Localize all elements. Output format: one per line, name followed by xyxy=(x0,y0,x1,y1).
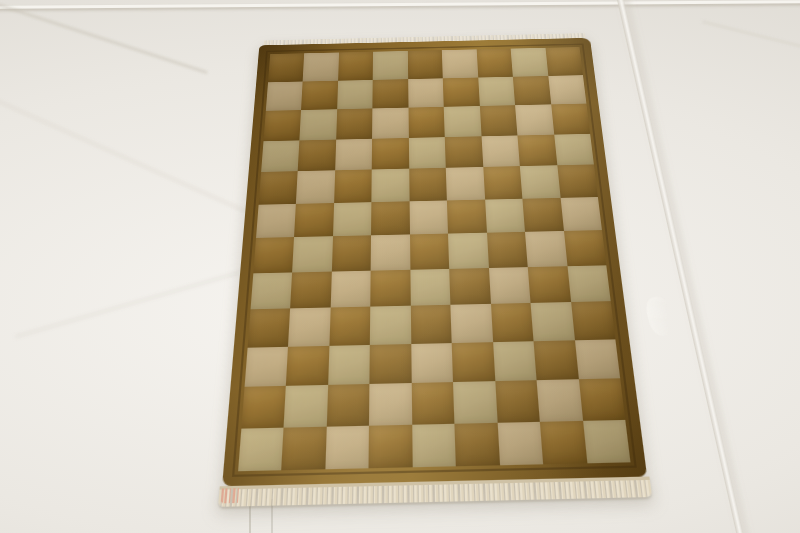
fringe-bottom xyxy=(218,476,652,506)
board-square-dark xyxy=(298,139,336,171)
board-square-light xyxy=(453,381,497,423)
board-square-light xyxy=(331,270,371,307)
board-square-dark xyxy=(528,266,571,303)
board-square-light xyxy=(478,76,515,106)
board-square-dark xyxy=(259,171,298,204)
board-square-dark xyxy=(329,307,370,346)
rug-perspective-wrap xyxy=(222,38,647,486)
board-square-dark xyxy=(408,107,445,138)
board-square-dark xyxy=(332,235,372,271)
board-square-light xyxy=(238,427,284,471)
board-square-light xyxy=(554,133,594,165)
board-square-light xyxy=(497,421,543,465)
board-square-dark xyxy=(334,169,372,202)
board-square-dark xyxy=(294,203,334,237)
board-square-light xyxy=(481,135,520,167)
board-square-light xyxy=(531,302,575,341)
board-square-light xyxy=(266,81,303,111)
board-square-dark xyxy=(327,384,370,426)
board-square-dark xyxy=(491,303,534,342)
board-square-light xyxy=(288,307,330,346)
board-square-dark xyxy=(410,234,450,270)
board-square-light xyxy=(442,49,478,78)
board-square-light xyxy=(303,52,339,81)
board-square-light xyxy=(333,202,372,236)
board-square-dark xyxy=(557,164,598,197)
backdrop-wrinkle xyxy=(249,497,251,533)
board-square-dark xyxy=(540,420,587,464)
board-square-dark xyxy=(301,80,338,110)
board-square-light xyxy=(325,425,369,469)
checkerboard-rug xyxy=(222,38,647,486)
board-square-dark xyxy=(483,166,523,199)
board-square-dark xyxy=(369,424,413,468)
board-square-light xyxy=(284,385,328,427)
board-square-light xyxy=(520,165,560,198)
board-square-dark xyxy=(248,308,291,347)
board-square-dark xyxy=(551,104,590,135)
board-square-dark xyxy=(371,201,409,235)
board-square-light xyxy=(446,167,485,200)
board-square-dark xyxy=(291,271,332,308)
backdrop-wrinkle xyxy=(271,499,273,533)
board-square-light xyxy=(444,106,481,137)
board-square-light xyxy=(372,108,408,139)
board-square-light xyxy=(451,304,493,343)
board-square-light xyxy=(412,423,456,467)
board-square-dark xyxy=(487,232,528,268)
board-square-light xyxy=(511,48,548,77)
backdrop-seam-fold xyxy=(644,293,679,338)
board-square-dark xyxy=(513,76,551,106)
board-square-dark xyxy=(241,386,286,428)
board-square-light xyxy=(410,268,450,305)
backdrop-cloth xyxy=(0,0,800,533)
board-square-dark xyxy=(495,380,540,422)
board-square-dark xyxy=(370,344,412,384)
board-square-dark xyxy=(282,426,327,470)
board-square-light xyxy=(300,109,337,140)
board-square-light xyxy=(583,419,631,463)
board-square-dark xyxy=(522,197,563,231)
board-square-light xyxy=(328,344,370,384)
board-square-light xyxy=(369,383,412,425)
board-square-light xyxy=(296,170,335,203)
board-square-dark xyxy=(338,52,373,81)
board-square-light xyxy=(335,138,372,170)
board-square-dark xyxy=(480,105,518,136)
backdrop-wrinkle xyxy=(15,264,265,338)
backdrop-wrinkle xyxy=(0,0,800,9)
board-square-dark xyxy=(411,382,454,424)
board-square-dark xyxy=(411,305,452,344)
board-square-light xyxy=(525,231,567,267)
board-square-dark xyxy=(286,345,329,385)
board-square-light xyxy=(408,78,444,108)
board-square-light xyxy=(548,75,587,105)
board-square-dark xyxy=(578,378,625,420)
board-square-dark xyxy=(445,136,483,168)
board-square-light xyxy=(372,169,410,202)
board-square-dark xyxy=(571,301,616,340)
fringe-top xyxy=(264,33,586,45)
fringe-pink-threads xyxy=(221,488,242,503)
board-square-dark xyxy=(455,422,500,466)
board-square-light xyxy=(256,203,296,237)
board-square-light xyxy=(560,197,602,231)
board-square-dark xyxy=(373,79,409,109)
board-square-light xyxy=(373,51,408,80)
board-square-dark xyxy=(443,77,480,107)
board-square-light xyxy=(489,267,531,304)
board-square-dark xyxy=(518,134,557,166)
board-square-light xyxy=(574,339,620,379)
board-square-light xyxy=(485,198,525,232)
board-square-light xyxy=(411,343,453,383)
board-square-light xyxy=(337,80,373,110)
board-square-dark xyxy=(372,138,409,170)
board-square-dark xyxy=(336,108,373,139)
board-square-light xyxy=(493,341,537,381)
checkerboard xyxy=(238,47,630,471)
board-square-dark xyxy=(476,49,513,78)
board-square-dark xyxy=(564,230,607,266)
backdrop-wrinkle xyxy=(0,89,247,213)
board-square-dark xyxy=(452,342,495,382)
backdrop-wrinkle xyxy=(0,0,208,74)
board-square-light xyxy=(448,233,488,269)
board-square-dark xyxy=(409,168,447,201)
board-square-light xyxy=(370,306,411,345)
board-square-dark xyxy=(371,269,411,306)
board-square-light xyxy=(409,200,448,234)
board-square-dark xyxy=(449,268,490,305)
board-square-light xyxy=(567,265,611,302)
board-square-light xyxy=(293,236,333,272)
board-square-light xyxy=(251,272,293,309)
board-square-dark xyxy=(545,47,583,76)
board-square-dark xyxy=(268,53,305,82)
board-square-light xyxy=(261,140,300,172)
board-square-light xyxy=(409,137,446,169)
board-square-light xyxy=(245,346,289,386)
board-square-light xyxy=(371,234,410,270)
board-square-dark xyxy=(253,237,294,273)
backdrop-wrinkle xyxy=(702,21,800,62)
board-square-light xyxy=(537,379,583,421)
board-square-dark xyxy=(447,199,487,233)
board-square-dark xyxy=(408,50,443,79)
board-square-dark xyxy=(264,110,302,141)
board-square-light xyxy=(515,104,554,135)
board-square-dark xyxy=(534,340,579,380)
